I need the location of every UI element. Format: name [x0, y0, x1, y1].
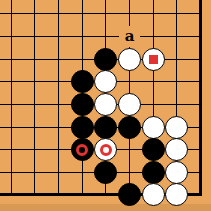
grid-line-vertical	[11, 0, 12, 196]
black-stone	[94, 116, 117, 139]
red-circle-marker	[100, 144, 112, 156]
white-stone	[118, 93, 141, 116]
white-stone	[118, 48, 141, 71]
point-label-a: a	[119, 26, 140, 47]
black-stone	[94, 161, 117, 184]
white-stone	[142, 116, 165, 139]
grid-line-horizontal	[0, 13, 202, 14]
red-circle-marker	[76, 144, 88, 156]
black-stone	[71, 93, 94, 116]
black-stone	[118, 116, 141, 139]
black-stone	[94, 48, 117, 71]
white-stone	[94, 93, 117, 116]
grid-line-horizontal	[0, 36, 202, 37]
white-stone	[94, 70, 117, 93]
red-square-marker	[149, 55, 158, 64]
grid-line-vertical	[34, 0, 35, 196]
black-stone	[71, 116, 94, 139]
board-edge-line-right	[199, 0, 202, 196]
white-stone	[165, 116, 188, 139]
black-stone	[142, 161, 165, 184]
black-stone	[71, 70, 94, 93]
white-stone	[165, 161, 188, 184]
go-diagram: a	[0, 0, 211, 211]
white-stone	[165, 138, 188, 161]
black-stone	[142, 138, 165, 161]
grid-line-vertical	[58, 0, 59, 196]
go-board: a	[0, 0, 211, 211]
